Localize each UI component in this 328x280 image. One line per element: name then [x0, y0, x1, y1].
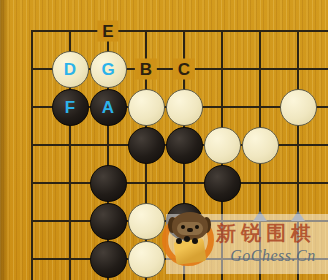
logo-go-stone	[176, 238, 182, 244]
black-stone-D16[interactable]	[128, 127, 165, 164]
white-stone-H17[interactable]	[280, 89, 317, 126]
point-label-A[interactable]: A	[102, 99, 114, 116]
board-left-edge-shade	[0, 0, 9, 280]
logo-dog-nose	[187, 228, 193, 232]
white-stone-E17[interactable]	[166, 89, 203, 126]
point-label-B[interactable]: B	[135, 59, 157, 80]
black-stone-C14[interactable]	[90, 203, 127, 240]
grid-hline-19	[31, 30, 328, 32]
point-label-G[interactable]: G	[101, 61, 114, 78]
black-stone-C13[interactable]	[90, 241, 127, 278]
watermark-url-text: GoChess.Cn	[220, 247, 326, 265]
logo-dog-eye	[181, 225, 185, 229]
logo-dog-eye	[195, 225, 199, 229]
white-stone-D17[interactable]	[128, 89, 165, 126]
logo-go-stone	[192, 238, 198, 244]
black-stone-F15[interactable]	[204, 165, 241, 202]
white-stone-F16[interactable]	[204, 127, 241, 164]
go-board-diagram: ABCDEFG 新锐围棋 GoChess.Cn	[0, 0, 328, 280]
white-stone-G16[interactable]	[242, 127, 279, 164]
point-label-F[interactable]: F	[65, 99, 75, 116]
black-stone-E16[interactable]	[166, 127, 203, 164]
watermark-brand-text: 新锐围棋	[216, 220, 326, 247]
point-label-C[interactable]: C	[173, 59, 195, 80]
black-stone-C15[interactable]	[90, 165, 127, 202]
point-label-E[interactable]: E	[97, 21, 118, 42]
point-label-D[interactable]: D	[64, 61, 76, 78]
grid-hline-15	[31, 182, 328, 184]
logo-go-stone	[184, 236, 190, 242]
